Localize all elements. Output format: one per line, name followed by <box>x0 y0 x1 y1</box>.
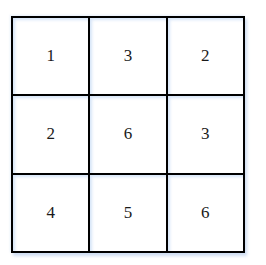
grid-cell-r1c3: 2 <box>168 18 243 94</box>
page-background: 1 3 2 2 6 3 4 5 6 <box>0 0 266 265</box>
grid-cell-r1c2: 3 <box>90 18 165 94</box>
grid-cell-r2c2: 6 <box>90 96 165 172</box>
grid-cell-r3c2: 5 <box>90 175 165 251</box>
grid-cell-r2c3: 3 <box>168 96 243 172</box>
grid-cell-r1c1: 1 <box>13 18 88 94</box>
grid-cell-r3c1: 4 <box>13 175 88 251</box>
number-grid-board: 1 3 2 2 6 3 4 5 6 <box>11 16 245 253</box>
grid-cell-r3c3: 6 <box>168 175 243 251</box>
grid-cell-r2c1: 2 <box>13 96 88 172</box>
